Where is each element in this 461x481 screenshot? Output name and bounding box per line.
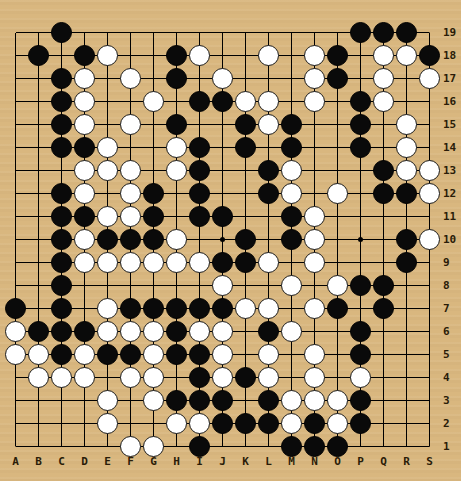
intersection-B19[interactable]: [27, 21, 50, 44]
intersection-L8[interactable]: [257, 274, 280, 297]
intersection-P14[interactable]: [349, 136, 372, 159]
intersection-C4[interactable]: [50, 366, 73, 389]
intersection-J19[interactable]: [211, 21, 234, 44]
intersection-B13[interactable]: [27, 159, 50, 182]
intersection-Q15[interactable]: [372, 113, 395, 136]
intersection-G10[interactable]: [142, 228, 165, 251]
intersection-L15[interactable]: [257, 113, 280, 136]
intersection-S19[interactable]: [418, 21, 441, 44]
intersection-G12[interactable]: [142, 182, 165, 205]
intersection-G4[interactable]: [142, 366, 165, 389]
intersection-B15[interactable]: [27, 113, 50, 136]
intersection-H6[interactable]: [165, 320, 188, 343]
intersection-Q8[interactable]: [372, 274, 395, 297]
intersection-R17[interactable]: [395, 67, 418, 90]
intersection-B10[interactable]: [27, 228, 50, 251]
intersection-S11[interactable]: [418, 205, 441, 228]
intersection-D6[interactable]: [73, 320, 96, 343]
intersection-D4[interactable]: [73, 366, 96, 389]
intersection-L3[interactable]: [257, 389, 280, 412]
intersection-M7[interactable]: [280, 297, 303, 320]
intersection-B8[interactable]: [27, 274, 50, 297]
intersection-L2[interactable]: [257, 412, 280, 435]
intersection-G13[interactable]: [142, 159, 165, 182]
intersection-J5[interactable]: [211, 343, 234, 366]
intersection-P16[interactable]: [349, 90, 372, 113]
intersection-K6[interactable]: [234, 320, 257, 343]
intersection-I8[interactable]: [188, 274, 211, 297]
intersection-Q2[interactable]: [372, 412, 395, 435]
intersection-J8[interactable]: [211, 274, 234, 297]
intersection-M13[interactable]: [280, 159, 303, 182]
intersection-P5[interactable]: [349, 343, 372, 366]
intersection-A12[interactable]: [4, 182, 27, 205]
intersection-Q18[interactable]: [372, 44, 395, 67]
intersection-R19[interactable]: [395, 21, 418, 44]
intersection-L10[interactable]: [257, 228, 280, 251]
intersection-J13[interactable]: [211, 159, 234, 182]
intersection-E19[interactable]: [96, 21, 119, 44]
intersection-S17[interactable]: [418, 67, 441, 90]
intersection-M19[interactable]: [280, 21, 303, 44]
intersection-N5[interactable]: [303, 343, 326, 366]
intersection-F16[interactable]: [119, 90, 142, 113]
intersection-K11[interactable]: [234, 205, 257, 228]
intersection-C13[interactable]: [50, 159, 73, 182]
intersection-J17[interactable]: [211, 67, 234, 90]
intersection-I2[interactable]: [188, 412, 211, 435]
intersection-E11[interactable]: [96, 205, 119, 228]
intersection-P10[interactable]: [349, 228, 372, 251]
intersection-G2[interactable]: [142, 412, 165, 435]
intersection-H19[interactable]: [165, 21, 188, 44]
intersection-R2[interactable]: [395, 412, 418, 435]
intersection-N11[interactable]: [303, 205, 326, 228]
intersection-B5[interactable]: [27, 343, 50, 366]
intersection-N18[interactable]: [303, 44, 326, 67]
intersection-R13[interactable]: [395, 159, 418, 182]
intersection-O3[interactable]: [326, 389, 349, 412]
intersection-E8[interactable]: [96, 274, 119, 297]
intersection-P17[interactable]: [349, 67, 372, 90]
intersection-E5[interactable]: [96, 343, 119, 366]
intersection-K19[interactable]: [234, 21, 257, 44]
intersection-I14[interactable]: [188, 136, 211, 159]
intersection-H14[interactable]: [165, 136, 188, 159]
intersection-P19[interactable]: [349, 21, 372, 44]
intersection-D2[interactable]: [73, 412, 96, 435]
intersection-R18[interactable]: [395, 44, 418, 67]
intersection-N13[interactable]: [303, 159, 326, 182]
intersection-L9[interactable]: [257, 251, 280, 274]
intersection-K13[interactable]: [234, 159, 257, 182]
intersection-G3[interactable]: [142, 389, 165, 412]
intersection-G9[interactable]: [142, 251, 165, 274]
intersection-L16[interactable]: [257, 90, 280, 113]
intersection-J10[interactable]: [211, 228, 234, 251]
intersection-M5[interactable]: [280, 343, 303, 366]
intersection-Q10[interactable]: [372, 228, 395, 251]
intersection-M6[interactable]: [280, 320, 303, 343]
intersection-I6[interactable]: [188, 320, 211, 343]
intersection-B18[interactable]: [27, 44, 50, 67]
intersection-J14[interactable]: [211, 136, 234, 159]
intersection-N15[interactable]: [303, 113, 326, 136]
intersection-H17[interactable]: [165, 67, 188, 90]
intersection-D5[interactable]: [73, 343, 96, 366]
intersection-F18[interactable]: [119, 44, 142, 67]
intersection-E18[interactable]: [96, 44, 119, 67]
intersection-E3[interactable]: [96, 389, 119, 412]
intersection-H11[interactable]: [165, 205, 188, 228]
intersection-C16[interactable]: [50, 90, 73, 113]
intersection-L6[interactable]: [257, 320, 280, 343]
intersection-J15[interactable]: [211, 113, 234, 136]
intersection-F9[interactable]: [119, 251, 142, 274]
intersection-B7[interactable]: [27, 297, 50, 320]
intersection-H9[interactable]: [165, 251, 188, 274]
intersection-A8[interactable]: [4, 274, 27, 297]
intersection-N14[interactable]: [303, 136, 326, 159]
intersection-L4[interactable]: [257, 366, 280, 389]
intersection-R15[interactable]: [395, 113, 418, 136]
intersection-Q11[interactable]: [372, 205, 395, 228]
intersection-R9[interactable]: [395, 251, 418, 274]
intersection-Q4[interactable]: [372, 366, 395, 389]
intersection-A18[interactable]: [4, 44, 27, 67]
intersection-A6[interactable]: [4, 320, 27, 343]
intersection-O5[interactable]: [326, 343, 349, 366]
intersection-K5[interactable]: [234, 343, 257, 366]
intersection-G17[interactable]: [142, 67, 165, 90]
intersection-E14[interactable]: [96, 136, 119, 159]
intersection-J4[interactable]: [211, 366, 234, 389]
intersection-N2[interactable]: [303, 412, 326, 435]
intersection-K10[interactable]: [234, 228, 257, 251]
intersection-D10[interactable]: [73, 228, 96, 251]
intersection-O13[interactable]: [326, 159, 349, 182]
intersection-H4[interactable]: [165, 366, 188, 389]
intersection-D19[interactable]: [73, 21, 96, 44]
intersection-I7[interactable]: [188, 297, 211, 320]
intersection-Q5[interactable]: [372, 343, 395, 366]
intersection-P18[interactable]: [349, 44, 372, 67]
intersection-H15[interactable]: [165, 113, 188, 136]
intersection-E4[interactable]: [96, 366, 119, 389]
intersection-S8[interactable]: [418, 274, 441, 297]
intersection-O2[interactable]: [326, 412, 349, 435]
intersection-A19[interactable]: [4, 21, 27, 44]
intersection-S12[interactable]: [418, 182, 441, 205]
intersection-F2[interactable]: [119, 412, 142, 435]
intersection-B12[interactable]: [27, 182, 50, 205]
intersection-Q14[interactable]: [372, 136, 395, 159]
intersection-B11[interactable]: [27, 205, 50, 228]
intersection-E2[interactable]: [96, 412, 119, 435]
intersection-C9[interactable]: [50, 251, 73, 274]
intersection-R5[interactable]: [395, 343, 418, 366]
intersection-E9[interactable]: [96, 251, 119, 274]
intersection-F11[interactable]: [119, 205, 142, 228]
intersection-S7[interactable]: [418, 297, 441, 320]
intersection-L19[interactable]: [257, 21, 280, 44]
intersection-K17[interactable]: [234, 67, 257, 90]
intersection-O11[interactable]: [326, 205, 349, 228]
intersection-B4[interactable]: [27, 366, 50, 389]
intersection-O19[interactable]: [326, 21, 349, 44]
intersection-I18[interactable]: [188, 44, 211, 67]
intersection-Q17[interactable]: [372, 67, 395, 90]
intersection-P15[interactable]: [349, 113, 372, 136]
intersection-F7[interactable]: [119, 297, 142, 320]
intersection-A7[interactable]: [4, 297, 27, 320]
intersection-A5[interactable]: [4, 343, 27, 366]
intersection-P3[interactable]: [349, 389, 372, 412]
intersection-H18[interactable]: [165, 44, 188, 67]
intersection-L18[interactable]: [257, 44, 280, 67]
intersection-P4[interactable]: [349, 366, 372, 389]
intersection-H3[interactable]: [165, 389, 188, 412]
intersection-N6[interactable]: [303, 320, 326, 343]
intersection-K16[interactable]: [234, 90, 257, 113]
intersection-Q9[interactable]: [372, 251, 395, 274]
intersection-C6[interactable]: [50, 320, 73, 343]
intersection-S5[interactable]: [418, 343, 441, 366]
intersection-G11[interactable]: [142, 205, 165, 228]
intersection-S16[interactable]: [418, 90, 441, 113]
intersection-O12[interactable]: [326, 182, 349, 205]
intersection-P7[interactable]: [349, 297, 372, 320]
intersection-C15[interactable]: [50, 113, 73, 136]
intersection-F5[interactable]: [119, 343, 142, 366]
intersection-G18[interactable]: [142, 44, 165, 67]
intersection-Q16[interactable]: [372, 90, 395, 113]
intersection-G6[interactable]: [142, 320, 165, 343]
intersection-H10[interactable]: [165, 228, 188, 251]
intersection-E17[interactable]: [96, 67, 119, 90]
intersection-I12[interactable]: [188, 182, 211, 205]
intersection-E6[interactable]: [96, 320, 119, 343]
intersection-R14[interactable]: [395, 136, 418, 159]
intersection-L17[interactable]: [257, 67, 280, 90]
intersection-J2[interactable]: [211, 412, 234, 435]
intersection-A14[interactable]: [4, 136, 27, 159]
intersection-J16[interactable]: [211, 90, 234, 113]
intersection-F8[interactable]: [119, 274, 142, 297]
intersection-N8[interactable]: [303, 274, 326, 297]
intersection-Q7[interactable]: [372, 297, 395, 320]
intersection-R4[interactable]: [395, 366, 418, 389]
intersection-J12[interactable]: [211, 182, 234, 205]
intersection-J3[interactable]: [211, 389, 234, 412]
intersection-I17[interactable]: [188, 67, 211, 90]
intersection-S4[interactable]: [418, 366, 441, 389]
intersection-F13[interactable]: [119, 159, 142, 182]
intersection-M9[interactable]: [280, 251, 303, 274]
intersection-H7[interactable]: [165, 297, 188, 320]
intersection-S18[interactable]: [418, 44, 441, 67]
intersection-S14[interactable]: [418, 136, 441, 159]
intersection-O14[interactable]: [326, 136, 349, 159]
intersection-B16[interactable]: [27, 90, 50, 113]
intersection-F14[interactable]: [119, 136, 142, 159]
intersection-F12[interactable]: [119, 182, 142, 205]
intersection-G14[interactable]: [142, 136, 165, 159]
intersection-A3[interactable]: [4, 389, 27, 412]
intersection-C5[interactable]: [50, 343, 73, 366]
intersection-A15[interactable]: [4, 113, 27, 136]
intersection-M8[interactable]: [280, 274, 303, 297]
intersection-Q12[interactable]: [372, 182, 395, 205]
intersection-M11[interactable]: [280, 205, 303, 228]
intersection-R16[interactable]: [395, 90, 418, 113]
intersection-P6[interactable]: [349, 320, 372, 343]
intersection-K18[interactable]: [234, 44, 257, 67]
intersection-A10[interactable]: [4, 228, 27, 251]
intersection-Q19[interactable]: [372, 21, 395, 44]
intersection-E7[interactable]: [96, 297, 119, 320]
intersection-E12[interactable]: [96, 182, 119, 205]
intersection-A17[interactable]: [4, 67, 27, 90]
intersection-K9[interactable]: [234, 251, 257, 274]
intersection-K8[interactable]: [234, 274, 257, 297]
intersection-D17[interactable]: [73, 67, 96, 90]
intersection-S9[interactable]: [418, 251, 441, 274]
intersection-I3[interactable]: [188, 389, 211, 412]
intersection-A16[interactable]: [4, 90, 27, 113]
intersection-B3[interactable]: [27, 389, 50, 412]
intersection-E15[interactable]: [96, 113, 119, 136]
intersection-E13[interactable]: [96, 159, 119, 182]
intersection-L11[interactable]: [257, 205, 280, 228]
intersection-I11[interactable]: [188, 205, 211, 228]
intersection-C2[interactable]: [50, 412, 73, 435]
intersection-P8[interactable]: [349, 274, 372, 297]
intersection-C11[interactable]: [50, 205, 73, 228]
intersection-C14[interactable]: [50, 136, 73, 159]
intersection-K12[interactable]: [234, 182, 257, 205]
intersection-M15[interactable]: [280, 113, 303, 136]
intersection-M2[interactable]: [280, 412, 303, 435]
intersection-I10[interactable]: [188, 228, 211, 251]
intersection-F3[interactable]: [119, 389, 142, 412]
intersection-O17[interactable]: [326, 67, 349, 90]
intersection-K7[interactable]: [234, 297, 257, 320]
intersection-M10[interactable]: [280, 228, 303, 251]
intersection-B2[interactable]: [27, 412, 50, 435]
intersection-I9[interactable]: [188, 251, 211, 274]
intersection-I13[interactable]: [188, 159, 211, 182]
intersection-G5[interactable]: [142, 343, 165, 366]
intersection-Q6[interactable]: [372, 320, 395, 343]
intersection-H13[interactable]: [165, 159, 188, 182]
intersection-K4[interactable]: [234, 366, 257, 389]
intersection-O6[interactable]: [326, 320, 349, 343]
intersection-R12[interactable]: [395, 182, 418, 205]
intersection-C8[interactable]: [50, 274, 73, 297]
intersection-D16[interactable]: [73, 90, 96, 113]
intersection-I15[interactable]: [188, 113, 211, 136]
intersection-B14[interactable]: [27, 136, 50, 159]
intersection-R7[interactable]: [395, 297, 418, 320]
intersection-O9[interactable]: [326, 251, 349, 274]
intersection-O18[interactable]: [326, 44, 349, 67]
intersection-D13[interactable]: [73, 159, 96, 182]
intersection-A4[interactable]: [4, 366, 27, 389]
intersection-R11[interactable]: [395, 205, 418, 228]
intersection-O16[interactable]: [326, 90, 349, 113]
intersection-D9[interactable]: [73, 251, 96, 274]
intersection-J18[interactable]: [211, 44, 234, 67]
intersection-M14[interactable]: [280, 136, 303, 159]
intersection-N10[interactable]: [303, 228, 326, 251]
intersection-D8[interactable]: [73, 274, 96, 297]
intersection-M12[interactable]: [280, 182, 303, 205]
intersection-H5[interactable]: [165, 343, 188, 366]
intersection-G7[interactable]: [142, 297, 165, 320]
intersection-O15[interactable]: [326, 113, 349, 136]
intersection-L7[interactable]: [257, 297, 280, 320]
intersection-R3[interactable]: [395, 389, 418, 412]
intersection-I19[interactable]: [188, 21, 211, 44]
intersection-L14[interactable]: [257, 136, 280, 159]
intersection-P13[interactable]: [349, 159, 372, 182]
intersection-E10[interactable]: [96, 228, 119, 251]
intersection-C10[interactable]: [50, 228, 73, 251]
intersection-M4[interactable]: [280, 366, 303, 389]
intersection-D15[interactable]: [73, 113, 96, 136]
intersection-J7[interactable]: [211, 297, 234, 320]
intersection-A11[interactable]: [4, 205, 27, 228]
intersection-C17[interactable]: [50, 67, 73, 90]
intersection-N7[interactable]: [303, 297, 326, 320]
intersection-O10[interactable]: [326, 228, 349, 251]
intersection-F6[interactable]: [119, 320, 142, 343]
intersection-K3[interactable]: [234, 389, 257, 412]
intersection-A9[interactable]: [4, 251, 27, 274]
intersection-C3[interactable]: [50, 389, 73, 412]
intersection-L12[interactable]: [257, 182, 280, 205]
intersection-N16[interactable]: [303, 90, 326, 113]
intersection-S3[interactable]: [418, 389, 441, 412]
intersection-H2[interactable]: [165, 412, 188, 435]
intersection-K14[interactable]: [234, 136, 257, 159]
intersection-N3[interactable]: [303, 389, 326, 412]
intersection-L13[interactable]: [257, 159, 280, 182]
intersection-G16[interactable]: [142, 90, 165, 113]
intersection-Q13[interactable]: [372, 159, 395, 182]
intersection-M16[interactable]: [280, 90, 303, 113]
intersection-O7[interactable]: [326, 297, 349, 320]
intersection-E16[interactable]: [96, 90, 119, 113]
intersection-N4[interactable]: [303, 366, 326, 389]
intersection-N12[interactable]: [303, 182, 326, 205]
intersection-P9[interactable]: [349, 251, 372, 274]
intersection-P11[interactable]: [349, 205, 372, 228]
intersection-R8[interactable]: [395, 274, 418, 297]
intersection-N9[interactable]: [303, 251, 326, 274]
intersection-H12[interactable]: [165, 182, 188, 205]
intersection-J9[interactable]: [211, 251, 234, 274]
intersection-D12[interactable]: [73, 182, 96, 205]
intersection-H16[interactable]: [165, 90, 188, 113]
intersection-I5[interactable]: [188, 343, 211, 366]
intersection-N19[interactable]: [303, 21, 326, 44]
intersection-S2[interactable]: [418, 412, 441, 435]
intersection-S15[interactable]: [418, 113, 441, 136]
intersection-F15[interactable]: [119, 113, 142, 136]
intersection-O4[interactable]: [326, 366, 349, 389]
